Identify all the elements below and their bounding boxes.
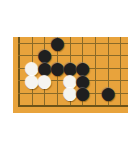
board-intersection[interactable] [114,62,127,75]
board-intersection[interactable] [114,75,127,88]
board-intersection[interactable] [89,37,102,49]
board-intersection[interactable] [13,100,26,113]
board-intersection[interactable] [89,49,102,62]
black-stone: ● [101,87,116,100]
board-intersection[interactable]: ● [51,37,64,49]
board-intersection[interactable] [102,49,115,62]
board-stone-grid: ●●●●●●●●●●●●●● [13,37,127,113]
board-intersection[interactable] [38,100,51,113]
board-intersection[interactable] [114,49,127,62]
board-intersection[interactable] [114,37,127,49]
board-intersection[interactable] [76,37,89,49]
go-board[interactable]: ●●●●●●●●●●●●●● [13,37,128,113]
black-stone: ● [75,87,90,100]
board-intersection[interactable] [114,100,127,113]
white-stone: ● [37,74,52,87]
board-intersection[interactable] [102,62,115,75]
board-intersection[interactable]: ● [76,87,89,100]
page-background: ●●●●●●●●●●●●●● [0,0,140,150]
board-intersection[interactable] [89,62,102,75]
board-intersection[interactable] [114,87,127,100]
board-intersection[interactable]: ● [102,87,115,100]
board-intersection[interactable] [13,37,26,49]
board-intersection[interactable] [64,37,77,49]
board-intersection[interactable]: ● [38,75,51,88]
board-intersection[interactable] [26,100,39,113]
board-intersection[interactable] [102,37,115,49]
